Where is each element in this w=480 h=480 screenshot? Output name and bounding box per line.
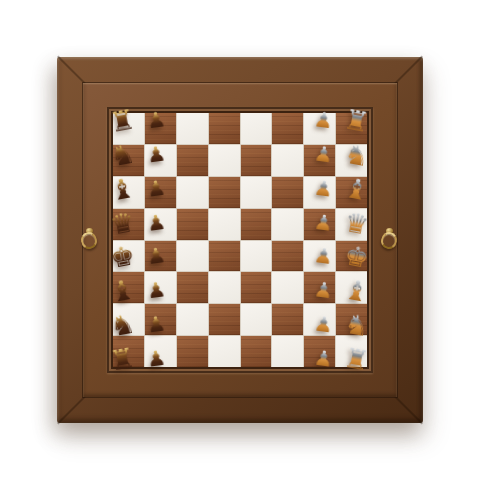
square-r7c4 [209,304,240,335]
chess-table-outer-frame: ♜♟♟♜♞♟♟♞♝♟♟♝♛♟♟♛♚♟♟♚♝♟♟♝♞♟♟♞♜♟♟♜ [57,57,423,423]
square-r2c4 [209,145,240,176]
square-r4c6 [272,209,303,240]
square-r7c3 [177,304,208,335]
square-r6c3 [177,272,208,303]
square-r6c2: ♟ [145,272,176,303]
square-r6c7: ♟ [304,272,335,303]
square-r8c6 [272,336,303,367]
piece-gold-knight[interactable]: ♞ [108,139,137,170]
piece-silver-pawn[interactable]: ♟ [313,143,334,166]
square-r2c5 [241,145,272,176]
right-ring-pull-handle[interactable] [381,228,397,252]
square-r3c1: ♝ [113,177,144,208]
square-r5c5 [241,241,272,272]
ring-icon [379,230,399,250]
square-r8c2: ♟ [145,336,176,367]
square-r4c2: ♟ [145,209,176,240]
piece-silver-knight[interactable]: ♞ [343,139,372,170]
square-r8c5 [241,336,272,367]
piece-silver-pawn[interactable]: ♟ [313,314,334,337]
square-r2c8: ♞ [336,145,367,176]
square-r1c5 [241,113,272,144]
piece-silver-rook[interactable]: ♜ [343,344,372,375]
square-r6c5 [241,272,272,303]
square-r3c8: ♝ [336,177,367,208]
square-r1c3 [177,113,208,144]
square-r1c6 [272,113,303,144]
square-r7c2: ♟ [145,304,176,335]
left-ring-pull-handle[interactable] [81,228,97,252]
piece-gold-bishop[interactable]: ♝ [108,173,137,204]
piece-gold-pawn[interactable]: ♟ [146,109,167,132]
square-r4c1: ♛ [113,209,144,240]
board-molding: ♜♟♟♜♞♟♟♞♝♟♟♝♛♟♟♛♚♟♟♚♝♟♟♝♞♟♟♞♜♟♟♜ [107,107,373,373]
square-r1c2: ♟ [145,113,176,144]
square-r5c6 [272,241,303,272]
piece-gold-queen[interactable]: ♛ [108,207,137,238]
piece-gold-pawn[interactable]: ♟ [146,211,167,234]
square-r5c1: ♚ [113,241,144,272]
piece-silver-knight[interactable]: ♞ [343,310,372,341]
square-r7c7: ♟ [304,304,335,335]
square-r5c3 [177,241,208,272]
square-r6c6 [272,272,303,303]
piece-silver-pawn[interactable]: ♟ [313,279,334,302]
piece-gold-pawn[interactable]: ♟ [146,143,167,166]
square-r6c8: ♝ [336,272,367,303]
piece-gold-pawn[interactable]: ♟ [146,348,167,371]
square-r4c8: ♛ [336,209,367,240]
square-r7c5 [241,304,272,335]
piece-silver-pawn[interactable]: ♟ [313,348,334,371]
square-r4c7: ♟ [304,209,335,240]
piece-silver-queen[interactable]: ♛ [343,207,372,238]
piece-silver-pawn[interactable]: ♟ [313,109,334,132]
ring-icon [79,230,99,250]
chess-table-inner-frame: ♜♟♟♜♞♟♟♞♝♟♟♝♛♟♟♛♚♟♟♚♝♟♟♝♞♟♟♞♜♟♟♜ [83,83,397,397]
square-r3c3 [177,177,208,208]
piece-gold-knight[interactable]: ♞ [108,310,137,341]
piece-silver-king[interactable]: ♚ [343,242,372,273]
piece-silver-pawn[interactable]: ♟ [313,177,334,200]
square-r3c2: ♟ [145,177,176,208]
photo-scene: ♜♟♟♜♞♟♟♞♝♟♟♝♛♟♟♛♚♟♟♚♝♟♟♝♞♟♟♞♜♟♟♜ [0,0,480,480]
piece-gold-bishop[interactable]: ♝ [108,276,137,307]
square-r3c7: ♟ [304,177,335,208]
piece-gold-rook[interactable]: ♜ [108,105,137,136]
square-r2c3 [177,145,208,176]
square-r5c4 [209,241,240,272]
square-r4c3 [177,209,208,240]
square-r8c3 [177,336,208,367]
square-r3c4 [209,177,240,208]
square-r2c2: ♟ [145,145,176,176]
piece-silver-bishop[interactable]: ♝ [343,173,372,204]
square-r8c4 [209,336,240,367]
square-r2c6 [272,145,303,176]
piece-gold-pawn[interactable]: ♟ [146,279,167,302]
square-r1c7: ♟ [304,113,335,144]
square-r6c1: ♝ [113,272,144,303]
piece-silver-pawn[interactable]: ♟ [313,211,334,234]
square-r7c6 [272,304,303,335]
square-r6c4 [209,272,240,303]
piece-gold-rook[interactable]: ♜ [108,344,137,375]
piece-gold-pawn[interactable]: ♟ [146,177,167,200]
square-r4c4 [209,209,240,240]
piece-silver-pawn[interactable]: ♟ [313,245,334,268]
piece-gold-king[interactable]: ♚ [108,242,137,273]
square-r7c8: ♞ [336,304,367,335]
square-r1c4 [209,113,240,144]
piece-silver-bishop[interactable]: ♝ [343,276,372,307]
square-r8c7: ♟ [304,336,335,367]
square-r7c1: ♞ [113,304,144,335]
piece-silver-rook[interactable]: ♜ [343,105,372,136]
square-r2c7: ♟ [304,145,335,176]
square-r5c8: ♚ [336,241,367,272]
square-r5c2: ♟ [145,241,176,272]
piece-gold-pawn[interactable]: ♟ [146,314,167,337]
chess-board: ♜♟♟♜♞♟♟♞♝♟♟♝♛♟♟♛♚♟♟♚♝♟♟♝♞♟♟♞♜♟♟♜ [113,113,367,367]
square-r4c5 [241,209,272,240]
piece-gold-pawn[interactable]: ♟ [146,245,167,268]
square-r3c6 [272,177,303,208]
square-r3c5 [241,177,272,208]
square-r5c7: ♟ [304,241,335,272]
square-r2c1: ♞ [113,145,144,176]
